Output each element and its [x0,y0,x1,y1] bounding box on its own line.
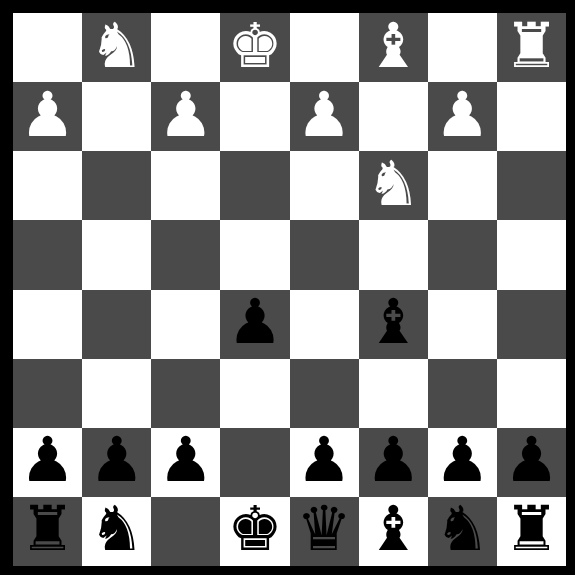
square-d4[interactable] [290,220,359,289]
black-bishop-piece: ♝ [365,498,421,560]
square-f8[interactable] [151,497,220,566]
black-rook-piece: ♜ [20,498,76,560]
square-a8[interactable]: ♜ [497,497,566,566]
square-h7[interactable]: ♟ [13,428,82,497]
black-queen-piece: ♛ [296,498,352,560]
square-h5[interactable] [13,290,82,359]
white-pawn-piece: ♟ [20,84,76,146]
square-c2[interactable] [359,82,428,151]
square-h4[interactable] [13,220,82,289]
square-d1[interactable] [290,13,359,82]
square-b4[interactable] [428,220,497,289]
square-c1[interactable]: ♝ [359,13,428,82]
square-g4[interactable] [82,220,151,289]
square-d6[interactable] [290,359,359,428]
square-h1[interactable] [13,13,82,82]
square-b3[interactable] [428,151,497,220]
white-pawn-piece: ♟ [296,84,352,146]
white-bishop-piece: ♝ [365,15,421,77]
square-e7[interactable] [220,428,289,497]
square-g7[interactable]: ♟ [82,428,151,497]
square-a2[interactable] [497,82,566,151]
square-e8[interactable]: ♚ [220,497,289,566]
square-e1[interactable]: ♚ [220,13,289,82]
black-knight-piece: ♞ [435,498,491,560]
square-b7[interactable]: ♟ [428,428,497,497]
square-e3[interactable] [220,151,289,220]
square-h3[interactable] [13,151,82,220]
black-pawn-piece: ♟ [20,429,76,491]
square-d2[interactable]: ♟ [290,82,359,151]
square-g5[interactable] [82,290,151,359]
square-a6[interactable] [497,359,566,428]
square-f7[interactable]: ♟ [151,428,220,497]
chess-board: ♞♚♝♜♟♟♟♟♞♟♝♟♟♟♟♟♟♟♜♞♚♛♝♞♜ [13,13,566,566]
square-b8[interactable]: ♞ [428,497,497,566]
square-c5[interactable]: ♝ [359,290,428,359]
square-g1[interactable]: ♞ [82,13,151,82]
square-b1[interactable] [428,13,497,82]
square-g3[interactable] [82,151,151,220]
white-knight-piece: ♞ [365,153,421,215]
square-d8[interactable]: ♛ [290,497,359,566]
black-rook-piece: ♜ [504,498,560,560]
square-f1[interactable] [151,13,220,82]
square-e5[interactable]: ♟ [220,290,289,359]
black-pawn-piece: ♟ [504,429,560,491]
black-pawn-piece: ♟ [227,291,283,353]
square-a3[interactable] [497,151,566,220]
white-knight-piece: ♞ [89,15,145,77]
square-c6[interactable] [359,359,428,428]
square-f4[interactable] [151,220,220,289]
white-king-piece: ♚ [227,15,283,77]
black-pawn-piece: ♟ [365,429,421,491]
square-b5[interactable] [428,290,497,359]
square-f5[interactable] [151,290,220,359]
black-knight-piece: ♞ [89,498,145,560]
square-a7[interactable]: ♟ [497,428,566,497]
square-c7[interactable]: ♟ [359,428,428,497]
square-c3[interactable]: ♞ [359,151,428,220]
square-f2[interactable]: ♟ [151,82,220,151]
black-pawn-piece: ♟ [89,429,145,491]
square-h8[interactable]: ♜ [13,497,82,566]
white-pawn-piece: ♟ [435,84,491,146]
square-h2[interactable]: ♟ [13,82,82,151]
square-f3[interactable] [151,151,220,220]
square-a1[interactable]: ♜ [497,13,566,82]
square-c8[interactable]: ♝ [359,497,428,566]
square-g6[interactable] [82,359,151,428]
square-g2[interactable] [82,82,151,151]
square-f6[interactable] [151,359,220,428]
square-d7[interactable]: ♟ [290,428,359,497]
black-bishop-piece: ♝ [365,291,421,353]
square-a5[interactable] [497,290,566,359]
black-king-piece: ♚ [227,498,283,560]
square-b6[interactable] [428,359,497,428]
square-h6[interactable] [13,359,82,428]
square-d3[interactable] [290,151,359,220]
black-pawn-piece: ♟ [435,429,491,491]
square-e6[interactable] [220,359,289,428]
square-d5[interactable] [290,290,359,359]
square-b2[interactable]: ♟ [428,82,497,151]
square-e2[interactable] [220,82,289,151]
black-pawn-piece: ♟ [158,429,214,491]
square-c4[interactable] [359,220,428,289]
white-rook-piece: ♜ [504,15,560,77]
black-pawn-piece: ♟ [296,429,352,491]
chess-board-frame: ♞♚♝♜♟♟♟♟♞♟♝♟♟♟♟♟♟♟♜♞♚♛♝♞♜ [0,0,575,575]
white-pawn-piece: ♟ [158,84,214,146]
square-e4[interactable] [220,220,289,289]
square-g8[interactable]: ♞ [82,497,151,566]
square-a4[interactable] [497,220,566,289]
